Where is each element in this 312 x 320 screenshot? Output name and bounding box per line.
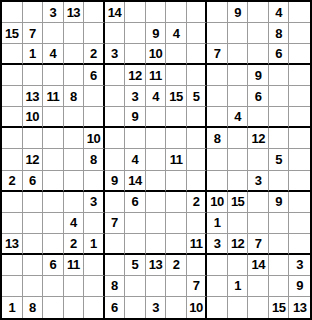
cell-r13c13: 14	[248, 255, 269, 276]
cell-r6c1[interactable]	[2, 107, 23, 128]
cell-r1c11[interactable]	[207, 2, 228, 23]
cell-r12c7[interactable]	[125, 234, 146, 255]
cell-r15c9[interactable]	[166, 297, 187, 318]
cell-r10c6[interactable]	[105, 192, 126, 213]
cell-r14c8[interactable]	[146, 276, 167, 297]
cell-r8c15[interactable]	[289, 149, 310, 170]
cell-r13c9: 2	[166, 255, 187, 276]
cell-r13c6[interactable]	[105, 255, 126, 276]
cell-r13c5[interactable]	[84, 255, 105, 276]
cell-r3c11: 7	[207, 44, 228, 65]
cell-r4c15[interactable]	[289, 65, 310, 86]
cell-r4c11[interactable]	[207, 65, 228, 86]
cell-r13c4: 11	[64, 255, 85, 276]
cell-r6c9[interactable]	[166, 107, 187, 128]
cell-r15c11[interactable]	[207, 297, 228, 318]
cell-r2c12[interactable]	[228, 23, 249, 44]
cell-r10c10: 2	[187, 192, 208, 213]
cell-r1c9[interactable]	[166, 2, 187, 23]
cell-r4c3[interactable]	[43, 65, 64, 86]
cell-r8c14: 5	[269, 149, 290, 170]
cell-r12c1: 13	[2, 234, 23, 255]
cell-r4c13: 9	[248, 65, 269, 86]
cell-r13c1[interactable]	[2, 255, 23, 276]
cell-r5c13: 6	[248, 86, 269, 107]
cell-r14c3[interactable]	[43, 276, 64, 297]
cell-r7c12[interactable]	[228, 128, 249, 149]
cell-r13c11[interactable]	[207, 255, 228, 276]
cell-r15c3[interactable]	[43, 297, 64, 318]
cell-r9c6: 9	[105, 171, 126, 192]
cell-r12c13: 7	[248, 234, 269, 255]
cell-r1c10[interactable]	[187, 2, 208, 23]
cell-r9c9[interactable]	[166, 171, 187, 192]
cell-r9c5[interactable]	[84, 171, 105, 192]
cell-r12c6[interactable]	[105, 234, 126, 255]
cell-r12c9[interactable]	[166, 234, 187, 255]
sudoku-board: 3131494157948142310766121191311834155610…	[0, 0, 312, 320]
cell-r13c2[interactable]	[23, 255, 44, 276]
cell-r11c3[interactable]	[43, 213, 64, 234]
cell-r5c4: 8	[64, 86, 85, 107]
cell-r14c10: 7	[187, 276, 208, 297]
cell-r14c6: 8	[105, 276, 126, 297]
cell-r4c14[interactable]	[269, 65, 290, 86]
cell-r3c7[interactable]	[125, 44, 146, 65]
cell-r5c11[interactable]	[207, 86, 228, 107]
cell-r15c13[interactable]	[248, 297, 269, 318]
cell-r8c2: 12	[23, 149, 44, 170]
cell-r1c6: 14	[105, 2, 126, 23]
cell-r2c8: 9	[146, 23, 167, 44]
cell-r10c4[interactable]	[64, 192, 85, 213]
cell-r9c14[interactable]	[269, 171, 290, 192]
cell-r7c10[interactable]	[187, 128, 208, 149]
cell-r12c8[interactable]	[146, 234, 167, 255]
cell-r10c7: 6	[125, 192, 146, 213]
cell-r10c5: 3	[84, 192, 105, 213]
cell-r5c5[interactable]	[84, 86, 105, 107]
cell-r14c12: 1	[228, 276, 249, 297]
cell-r3c3: 4	[43, 44, 64, 65]
cell-r8c6[interactable]	[105, 149, 126, 170]
cell-r14c9[interactable]	[166, 276, 187, 297]
cell-r2c4[interactable]	[64, 23, 85, 44]
cell-r14c7[interactable]	[125, 276, 146, 297]
cell-r6c10[interactable]	[187, 107, 208, 128]
cell-r6c8[interactable]	[146, 107, 167, 128]
cell-r10c1[interactable]	[2, 192, 23, 213]
cell-r5c6[interactable]	[105, 86, 126, 107]
cell-r3c2: 1	[23, 44, 44, 65]
cell-r6c15[interactable]	[289, 107, 310, 128]
cell-r8c11[interactable]	[207, 149, 228, 170]
cell-r12c14[interactable]	[269, 234, 290, 255]
cell-r5c14[interactable]	[269, 86, 290, 107]
cell-r8c8[interactable]	[146, 149, 167, 170]
cell-r7c2[interactable]	[23, 128, 44, 149]
cell-r10c14: 9	[269, 192, 290, 213]
cell-r4c10[interactable]	[187, 65, 208, 86]
cell-r14c4[interactable]	[64, 276, 85, 297]
cell-r3c6: 3	[105, 44, 126, 65]
cell-r1c12: 9	[228, 2, 249, 23]
cell-r15c6: 6	[105, 297, 126, 318]
cell-r1c7[interactable]	[125, 2, 146, 23]
cell-r4c5: 6	[84, 65, 105, 86]
cell-r7c3[interactable]	[43, 128, 64, 149]
cell-r11c4: 4	[64, 213, 85, 234]
cell-r13c7: 5	[125, 255, 146, 276]
cell-r3c5: 2	[84, 44, 105, 65]
cell-r11c5[interactable]	[84, 213, 105, 234]
cell-r6c7: 9	[125, 107, 146, 128]
cell-r6c5[interactable]	[84, 107, 105, 128]
cell-r11c12[interactable]	[228, 213, 249, 234]
cell-r11c1[interactable]	[2, 213, 23, 234]
cell-r15c10: 10	[187, 297, 208, 318]
cell-r3c4[interactable]	[64, 44, 85, 65]
cell-r13c12[interactable]	[228, 255, 249, 276]
cell-r5c9: 15	[166, 86, 187, 107]
cell-r5c2: 13	[23, 86, 44, 107]
cell-r4c4[interactable]	[64, 65, 85, 86]
cell-r9c11[interactable]	[207, 171, 228, 192]
cell-r8c1[interactable]	[2, 149, 23, 170]
cell-r12c10: 11	[187, 234, 208, 255]
cell-r3c8: 10	[146, 44, 167, 65]
cell-r8c13[interactable]	[248, 149, 269, 170]
cell-r5c8: 4	[146, 86, 167, 107]
cell-r14c13[interactable]	[248, 276, 269, 297]
cell-r14c11[interactable]	[207, 276, 228, 297]
cell-r12c2[interactable]	[23, 234, 44, 255]
cell-r2c10[interactable]	[187, 23, 208, 44]
cell-r11c14[interactable]	[269, 213, 290, 234]
cell-r15c5[interactable]	[84, 297, 105, 318]
cell-r2c7[interactable]	[125, 23, 146, 44]
cell-r13c8: 13	[146, 255, 167, 276]
cell-r3c1[interactable]	[2, 44, 23, 65]
cell-r12c12: 12	[228, 234, 249, 255]
cell-r8c10[interactable]	[187, 149, 208, 170]
cell-r11c13[interactable]	[248, 213, 269, 234]
cell-r15c7[interactable]	[125, 297, 146, 318]
cell-r11c10[interactable]	[187, 213, 208, 234]
cell-r1c15[interactable]	[289, 2, 310, 23]
cell-r15c2: 8	[23, 297, 44, 318]
cell-r4c9[interactable]	[166, 65, 187, 86]
cell-r9c3[interactable]	[43, 171, 64, 192]
cell-r7c11: 8	[207, 128, 228, 149]
cell-r2c2: 7	[23, 23, 44, 44]
cell-r13c10[interactable]	[187, 255, 208, 276]
cell-r7c4[interactable]	[64, 128, 85, 149]
cell-r4c2[interactable]	[23, 65, 44, 86]
cell-r5c1[interactable]	[2, 86, 23, 107]
cell-r11c15[interactable]	[289, 213, 310, 234]
cell-r11c8[interactable]	[146, 213, 167, 234]
cell-r7c6[interactable]	[105, 128, 126, 149]
cell-r9c10[interactable]	[187, 171, 208, 192]
cell-r13c3: 6	[43, 255, 64, 276]
cell-r9c2: 6	[23, 171, 44, 192]
cell-r6c11[interactable]	[207, 107, 228, 128]
cell-r6c14[interactable]	[269, 107, 290, 128]
cell-r4c1[interactable]	[2, 65, 23, 86]
cell-r15c14: 15	[269, 297, 290, 318]
cell-r10c8[interactable]	[146, 192, 167, 213]
cell-r2c5[interactable]	[84, 23, 105, 44]
cell-r5c10: 5	[187, 86, 208, 107]
cell-r10c15[interactable]	[289, 192, 310, 213]
cell-r1c14: 4	[269, 2, 290, 23]
cell-r7c14[interactable]	[269, 128, 290, 149]
cell-r5c12[interactable]	[228, 86, 249, 107]
cell-r7c13: 12	[248, 128, 269, 149]
cell-r4c6[interactable]	[105, 65, 126, 86]
cell-r14c5[interactable]	[84, 276, 105, 297]
cell-r1c4: 13	[64, 2, 85, 23]
cell-r1c13[interactable]	[248, 2, 269, 23]
cell-r10c9[interactable]	[166, 192, 187, 213]
cell-r8c12[interactable]	[228, 149, 249, 170]
cell-r10c13[interactable]	[248, 192, 269, 213]
cell-r15c8: 3	[146, 297, 167, 318]
cell-r8c5: 8	[84, 149, 105, 170]
cell-r2c15[interactable]	[289, 23, 310, 44]
cell-r7c1[interactable]	[2, 128, 23, 149]
cell-r2c11[interactable]	[207, 23, 228, 44]
cell-r6c12: 4	[228, 107, 249, 128]
cell-r11c9[interactable]	[166, 213, 187, 234]
cell-r5c7: 3	[125, 86, 146, 107]
cell-r15c4[interactable]	[64, 297, 85, 318]
cell-r12c4: 2	[64, 234, 85, 255]
cell-r12c15[interactable]	[289, 234, 310, 255]
cell-r6c13[interactable]	[248, 107, 269, 128]
cell-r3c14: 6	[269, 44, 290, 65]
cell-r7c5: 10	[84, 128, 105, 149]
cell-r4c7: 12	[125, 65, 146, 86]
cell-r11c6: 7	[105, 213, 126, 234]
cell-r7c9[interactable]	[166, 128, 187, 149]
cell-r2c14: 8	[269, 23, 290, 44]
cell-r7c8[interactable]	[146, 128, 167, 149]
cell-r6c4[interactable]	[64, 107, 85, 128]
cell-r8c7: 4	[125, 149, 146, 170]
cell-r12c3[interactable]	[43, 234, 64, 255]
cell-r9c13: 3	[248, 171, 269, 192]
cell-r3c15[interactable]	[289, 44, 310, 65]
cell-r4c12[interactable]	[228, 65, 249, 86]
cell-r14c14[interactable]	[269, 276, 290, 297]
cell-r2c1: 15	[2, 23, 23, 44]
cell-r6c6[interactable]	[105, 107, 126, 128]
cell-r10c2[interactable]	[23, 192, 44, 213]
cell-r15c12[interactable]	[228, 297, 249, 318]
cell-r2c9: 4	[166, 23, 187, 44]
cell-r5c3: 11	[43, 86, 64, 107]
cell-r9c1: 2	[2, 171, 23, 192]
cell-r9c15[interactable]	[289, 171, 310, 192]
cell-r1c3: 3	[43, 2, 64, 23]
cell-r10c3[interactable]	[43, 192, 64, 213]
cell-r10c12: 15	[228, 192, 249, 213]
cell-r14c1[interactable]	[2, 276, 23, 297]
cell-r8c9: 11	[166, 149, 187, 170]
cell-r12c11: 3	[207, 234, 228, 255]
cell-r4c8: 11	[146, 65, 167, 86]
cell-r9c8[interactable]	[146, 171, 167, 192]
cell-r11c7[interactable]	[125, 213, 146, 234]
cell-r2c3[interactable]	[43, 23, 64, 44]
cell-r2c6[interactable]	[105, 23, 126, 44]
cell-r11c2[interactable]	[23, 213, 44, 234]
cell-r15c1: 1	[2, 297, 23, 318]
cell-r13c15: 3	[289, 255, 310, 276]
cell-r1c5[interactable]	[84, 2, 105, 23]
cell-r2c13[interactable]	[248, 23, 269, 44]
cell-r8c4[interactable]	[64, 149, 85, 170]
cell-r12c5: 1	[84, 234, 105, 255]
cell-r6c2: 10	[23, 107, 44, 128]
cell-r3c10[interactable]	[187, 44, 208, 65]
cell-r9c12[interactable]	[228, 171, 249, 192]
cell-r11c11: 1	[207, 213, 228, 234]
cell-r9c7: 14	[125, 171, 146, 192]
cell-r7c7[interactable]	[125, 128, 146, 149]
cell-r9c4[interactable]	[64, 171, 85, 192]
cell-r1c2[interactable]	[23, 2, 44, 23]
cell-r10c11: 10	[207, 192, 228, 213]
cell-r5c15[interactable]	[289, 86, 310, 107]
cell-r3c12[interactable]	[228, 44, 249, 65]
cell-r6c3[interactable]	[43, 107, 64, 128]
cell-r1c1[interactable]	[2, 2, 23, 23]
cell-r14c15: 9	[289, 276, 310, 297]
cell-r14c2[interactable]	[23, 276, 44, 297]
cell-r3c9[interactable]	[166, 44, 187, 65]
cell-r13c14[interactable]	[269, 255, 290, 276]
cell-r8c3[interactable]	[43, 149, 64, 170]
cell-r7c15[interactable]	[289, 128, 310, 149]
cell-r1c8[interactable]	[146, 2, 167, 23]
cell-r15c15: 13	[289, 297, 310, 318]
cell-r3c13[interactable]	[248, 44, 269, 65]
